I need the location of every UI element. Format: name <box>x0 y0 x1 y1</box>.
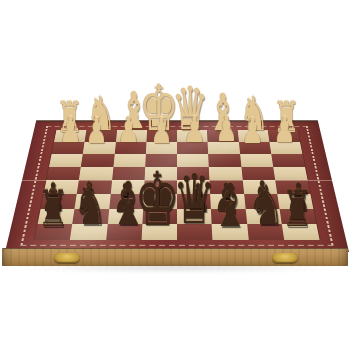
brass-latch-left <box>54 253 80 263</box>
chess-set-photo: ♝♛♞♞♚♝♜♜♟♟♟♟♟♟♟♟♟♟♟♟♟♟♟♟♝♛♞♞♚♝♜♜ <box>0 0 350 350</box>
brass-latch-right <box>272 253 298 263</box>
board-perspective-wrap <box>5 0 349 248</box>
case-shadow <box>8 263 342 272</box>
chess-board <box>5 120 349 252</box>
board-sheen <box>5 121 349 252</box>
